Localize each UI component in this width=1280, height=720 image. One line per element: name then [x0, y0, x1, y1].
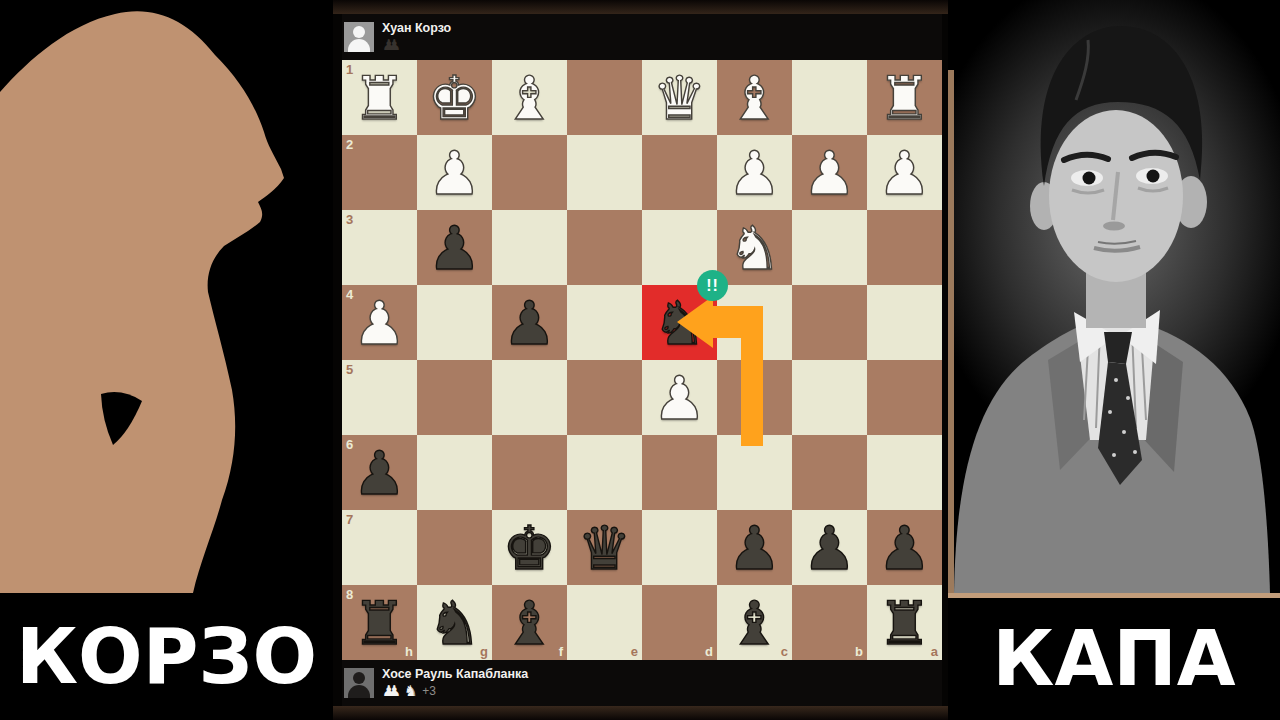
left-panel: КОРЗО	[0, 0, 333, 720]
square-c3[interactable]: ♞	[717, 210, 792, 285]
right-iris	[1147, 170, 1160, 183]
square-a8[interactable]: a♜	[867, 585, 942, 660]
square-b2[interactable]: ♟	[792, 135, 867, 210]
square-f3[interactable]	[492, 210, 567, 285]
square-a1[interactable]: ♜	[867, 60, 942, 135]
piece-black-rook-a8[interactable]: ♜	[867, 585, 942, 660]
rank-label-3: 3	[346, 213, 353, 226]
right-panel: КАПА	[948, 0, 1280, 720]
square-f4[interactable]: ♟	[492, 285, 567, 360]
piece-black-queen-e7[interactable]: ♛	[567, 510, 642, 585]
piece-white-rook-a1[interactable]: ♜	[867, 60, 942, 135]
bottom-player-avatar[interactable]	[344, 668, 374, 698]
square-b8[interactable]: b	[792, 585, 867, 660]
square-c8[interactable]: c♝	[717, 585, 792, 660]
square-g6[interactable]	[417, 435, 492, 510]
piece-black-rook-h8[interactable]: ♜	[342, 585, 417, 660]
square-e1[interactable]	[567, 60, 642, 135]
square-e5[interactable]	[567, 360, 642, 435]
board-squares-grid: 1♜♚♝♛♝♜2♟♟♟♟3♟♞4♟♟♞5♟6♟7♚♛♟♟♟8h♜g♞f♝edc♝…	[342, 60, 942, 660]
bottom-captured-row: ♟♟♞ +3	[382, 683, 528, 698]
square-d8[interactable]: d	[642, 585, 717, 660]
avatar-person-icon	[353, 672, 365, 684]
piece-white-queen-d1[interactable]: ♛	[642, 60, 717, 135]
bottom-player-bar: Хосе Рауль Капабланка ♟♟♞ +3	[342, 660, 942, 706]
square-f6[interactable]	[492, 435, 567, 510]
tan-edge-strip	[948, 70, 954, 593]
left-banner: КОРЗО	[0, 593, 333, 720]
material-score: +3	[422, 684, 436, 698]
piece-black-pawn-h6[interactable]: ♟	[342, 435, 417, 510]
square-a7[interactable]: ♟	[867, 510, 942, 585]
piece-white-pawn-b2[interactable]: ♟	[792, 135, 867, 210]
square-e8[interactable]: e	[567, 585, 642, 660]
piece-black-pawn-g3[interactable]: ♟	[417, 210, 492, 285]
square-h2[interactable]: 2	[342, 135, 417, 210]
square-h3[interactable]: 3	[342, 210, 417, 285]
file-label-b: b	[855, 645, 863, 658]
piece-black-pawn-c7[interactable]: ♟	[717, 510, 792, 585]
left-banner-text: КОРЗО	[16, 619, 317, 695]
mystery-silhouette	[0, 0, 333, 593]
square-g3[interactable]: ♟	[417, 210, 492, 285]
bottom-player-name[interactable]: Хосе Рауль Капабланка	[382, 668, 528, 682]
square-h8[interactable]: 8h♜	[342, 585, 417, 660]
avatar-person-icon	[348, 39, 370, 52]
square-h6[interactable]: 6♟	[342, 435, 417, 510]
square-d6[interactable]	[642, 435, 717, 510]
captured-pieces-icons: ♟♟♞	[382, 682, 417, 700]
square-e6[interactable]	[567, 435, 642, 510]
piece-black-pawn-a7[interactable]: ♟	[867, 510, 942, 585]
square-f7[interactable]: ♚	[492, 510, 567, 585]
square-e4[interactable]	[567, 285, 642, 360]
square-b1[interactable]	[792, 60, 867, 135]
piece-black-bishop-f8[interactable]: ♝	[492, 585, 567, 660]
square-a5[interactable]	[867, 360, 942, 435]
square-e3[interactable]	[567, 210, 642, 285]
captured-pieces-icons: ♟♟	[382, 36, 401, 54]
square-b4[interactable]	[792, 285, 867, 360]
brilliant-move-badge: !!	[697, 270, 728, 301]
square-f1[interactable]: ♝	[492, 60, 567, 135]
square-c2[interactable]: ♟	[717, 135, 792, 210]
rank-label-5: 5	[346, 363, 353, 376]
chess-board[interactable]: 1♜♚♝♛♝♜2♟♟♟♟3♟♞4♟♟♞5♟6♟7♚♛♟♟♟8h♜g♞f♝edc♝…	[342, 60, 942, 660]
piece-black-knight-g8[interactable]: ♞	[417, 585, 492, 660]
thumbnail-page: КОРЗО Хуан Корзо ♟♟ 1♜♚♝♛♝♜2♟♟♟♟3♟♞4♟♟♞5…	[0, 0, 1280, 720]
piece-white-pawn-c2[interactable]: ♟	[717, 135, 792, 210]
nose-shadow	[1103, 222, 1125, 231]
square-g1[interactable]: ♚	[417, 60, 492, 135]
piece-white-pawn-d5[interactable]: ♟	[642, 360, 717, 435]
bottom-fade	[333, 706, 948, 720]
square-g2[interactable]: ♟	[417, 135, 492, 210]
square-f8[interactable]: f♝	[492, 585, 567, 660]
piece-white-pawn-g2[interactable]: ♟	[417, 135, 492, 210]
piece-black-pawn-f4[interactable]: ♟	[492, 285, 567, 360]
square-d7[interactable]	[642, 510, 717, 585]
square-a6[interactable]	[867, 435, 942, 510]
square-f2[interactable]	[492, 135, 567, 210]
piece-black-bishop-c8[interactable]: ♝	[717, 585, 792, 660]
piece-white-rook-h1[interactable]: ♜	[342, 60, 417, 135]
capablanca-portrait	[948, 0, 1280, 593]
piece-white-bishop-c1[interactable]: ♝	[717, 60, 792, 135]
captured-black-pawn-icon: ♟	[387, 36, 400, 54]
square-f5[interactable]	[492, 360, 567, 435]
rank-label-7: 7	[346, 513, 353, 526]
top-player-bar: Хуан Корзо ♟♟	[342, 14, 942, 60]
top-player-avatar[interactable]	[344, 22, 374, 52]
square-d1[interactable]: ♛	[642, 60, 717, 135]
square-d5[interactable]: ♟	[642, 360, 717, 435]
square-h1[interactable]: 1♜	[342, 60, 417, 135]
piece-white-bishop-f1[interactable]: ♝	[492, 60, 567, 135]
captured-white-pawn-icon: ♟	[387, 682, 400, 700]
chess-app-column: Хуан Корзо ♟♟ 1♜♚♝♛♝♜2♟♟♟♟3♟♞4♟♟♞5♟6♟7♚♛…	[333, 0, 948, 720]
square-e2[interactable]	[567, 135, 642, 210]
file-label-e: e	[631, 645, 638, 658]
square-c6[interactable]	[717, 435, 792, 510]
brilliant-badge-text: !!	[706, 278, 719, 294]
square-g7[interactable]	[417, 510, 492, 585]
square-a3[interactable]	[867, 210, 942, 285]
square-a4[interactable]	[867, 285, 942, 360]
square-b3[interactable]	[792, 210, 867, 285]
square-h7[interactable]: 7	[342, 510, 417, 585]
piece-white-pawn-a2[interactable]: ♟	[867, 135, 942, 210]
rank-label-2: 2	[346, 138, 353, 151]
square-a2[interactable]: ♟	[867, 135, 942, 210]
square-g5[interactable]	[417, 360, 492, 435]
top-fade	[333, 0, 948, 14]
square-c5[interactable]	[717, 360, 792, 435]
right-banner-text: КАПА	[992, 621, 1235, 697]
piece-black-pawn-b7[interactable]: ♟	[792, 510, 867, 585]
square-b7[interactable]: ♟	[792, 510, 867, 585]
avatar-person-icon	[353, 26, 365, 38]
square-d2[interactable]	[642, 135, 717, 210]
avatar-person-icon	[348, 685, 370, 698]
square-h5[interactable]: 5	[342, 360, 417, 435]
top-captured-row: ♟♟	[382, 37, 451, 52]
square-g4[interactable]	[417, 285, 492, 360]
square-g8[interactable]: g♞	[417, 585, 492, 660]
piece-black-king-f7[interactable]: ♚	[492, 510, 567, 585]
square-h4[interactable]: 4♟	[342, 285, 417, 360]
left-iris	[1083, 172, 1096, 185]
file-label-d: d	[705, 645, 713, 658]
square-c7[interactable]: ♟	[717, 510, 792, 585]
square-b6[interactable]	[792, 435, 867, 510]
square-c1[interactable]: ♝	[717, 60, 792, 135]
captured-white-knight-icon: ♞	[404, 682, 417, 700]
top-player-name[interactable]: Хуан Корзо	[382, 22, 451, 36]
right-banner: КАПА	[948, 598, 1280, 720]
square-b5[interactable]	[792, 360, 867, 435]
piece-white-king-g1[interactable]: ♚	[417, 60, 492, 135]
square-e7[interactable]: ♛	[567, 510, 642, 585]
square-c4[interactable]	[717, 285, 792, 360]
piece-white-pawn-h4[interactable]: ♟	[342, 285, 417, 360]
piece-white-knight-c3[interactable]: ♞	[717, 210, 792, 285]
